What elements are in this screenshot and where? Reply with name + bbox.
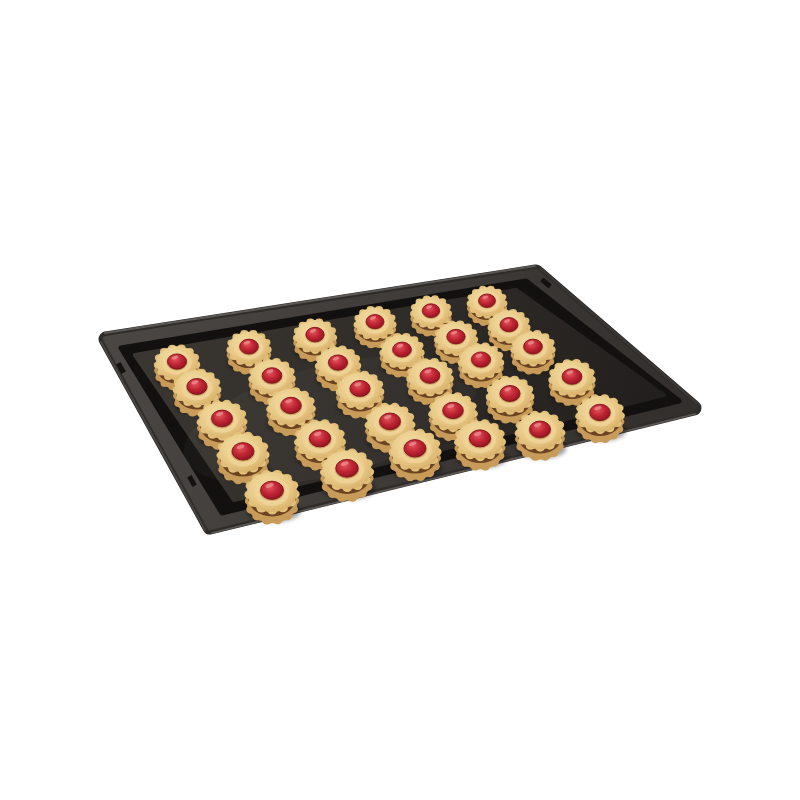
product-photo: [0, 0, 800, 800]
baking-tray-photo: [0, 0, 800, 800]
